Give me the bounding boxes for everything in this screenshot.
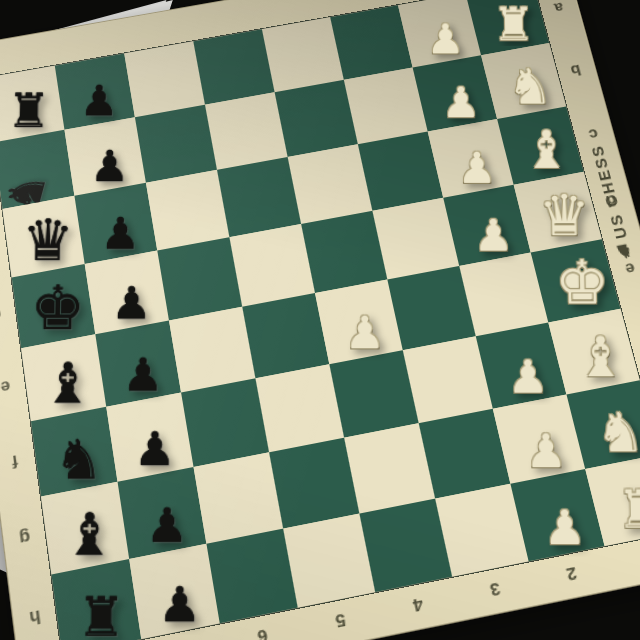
square-h7: ♟ (129, 544, 220, 639)
square-h4 (359, 499, 452, 592)
square-d7: ♟ (85, 251, 169, 335)
piece-white-pawn-d2: ♟ (457, 213, 531, 257)
piece-black-pawn-f7: ♟ (116, 425, 193, 472)
piece-black-pawn-b7: ♟ (73, 145, 146, 188)
piece-black-pawn-e7: ♟ (105, 352, 181, 398)
piece-white-bishop-f1: ♝ (563, 330, 639, 386)
piece-black-bishop-e8: ♝ (30, 356, 107, 412)
square-c7: ♟ (74, 183, 157, 264)
piece-white-pawn-g2: ♟ (507, 428, 584, 475)
square-h8: ♜ (51, 559, 141, 640)
square-e5 (242, 293, 329, 378)
square-g5 (269, 438, 359, 529)
piece-black-king-d8: ♚ (20, 279, 95, 340)
square-b8: ♞ (0, 130, 74, 209)
square-h6 (206, 529, 297, 624)
piece-black-pawn-a7: ♟ (63, 80, 135, 122)
square-c6 (146, 170, 229, 251)
piece-white-pawn-h2: ♟ (526, 504, 605, 552)
piece-white-pawn-a2: ♟ (410, 18, 480, 59)
piece-black-bishop-g8: ♝ (50, 506, 129, 565)
piece-white-pawn-e4: ♟ (327, 310, 402, 355)
piece-black-pawn-g7: ♟ (128, 501, 206, 549)
piece-black-rook-h8: ♜ (61, 590, 141, 640)
piece-black-pawn-c7: ♟ (84, 211, 158, 255)
board-grid: ♜♟♟♜♞♟♟♞♛♟♟♝♚♟♟♛♝♟♟♚♞♟♟♝♝♟♟♞♜♟♟♜ (0, 0, 640, 640)
square-f5 (255, 364, 344, 452)
square-b7: ♟ (64, 117, 145, 196)
square-g7: ♟ (118, 467, 207, 559)
square-a7: ♟ (55, 53, 135, 129)
piece-black-knight-f8: ♞ (40, 432, 118, 487)
piece-black-queen-c8: ♛ (11, 212, 85, 269)
piece-black-pawn-h7: ♟ (140, 580, 220, 629)
square-e7: ♟ (95, 320, 181, 406)
chess-board: abcdefgh abcdefgh 87654321 ♞ US CHESS ♜♟… (0, 0, 640, 640)
piece-black-pawn-d7: ♟ (94, 281, 169, 326)
square-f6 (181, 378, 269, 467)
piece-white-knight-g1: ♞ (582, 405, 640, 460)
square-f7: ♟ (106, 392, 193, 481)
piece-white-pawn-f2: ♟ (490, 354, 566, 400)
piece-white-knight-b1: ♞ (494, 62, 565, 111)
piece-white-king-e1: ♚ (545, 253, 620, 313)
square-f2: ♟ (476, 322, 567, 408)
piece-white-pawn-c2: ♟ (441, 146, 514, 189)
square-g6 (194, 452, 284, 544)
piece-black-rook-a8: ♜ (0, 87, 65, 135)
square-a8: ♜ (0, 66, 64, 143)
piece-white-rook-h1: ♜ (601, 483, 640, 536)
piece-white-pawn-b2: ♟ (425, 81, 496, 123)
square-e4: ♟ (315, 279, 403, 364)
square-e8: ♝ (21, 334, 106, 421)
piece-white-rook-a1: ♜ (478, 1, 548, 47)
